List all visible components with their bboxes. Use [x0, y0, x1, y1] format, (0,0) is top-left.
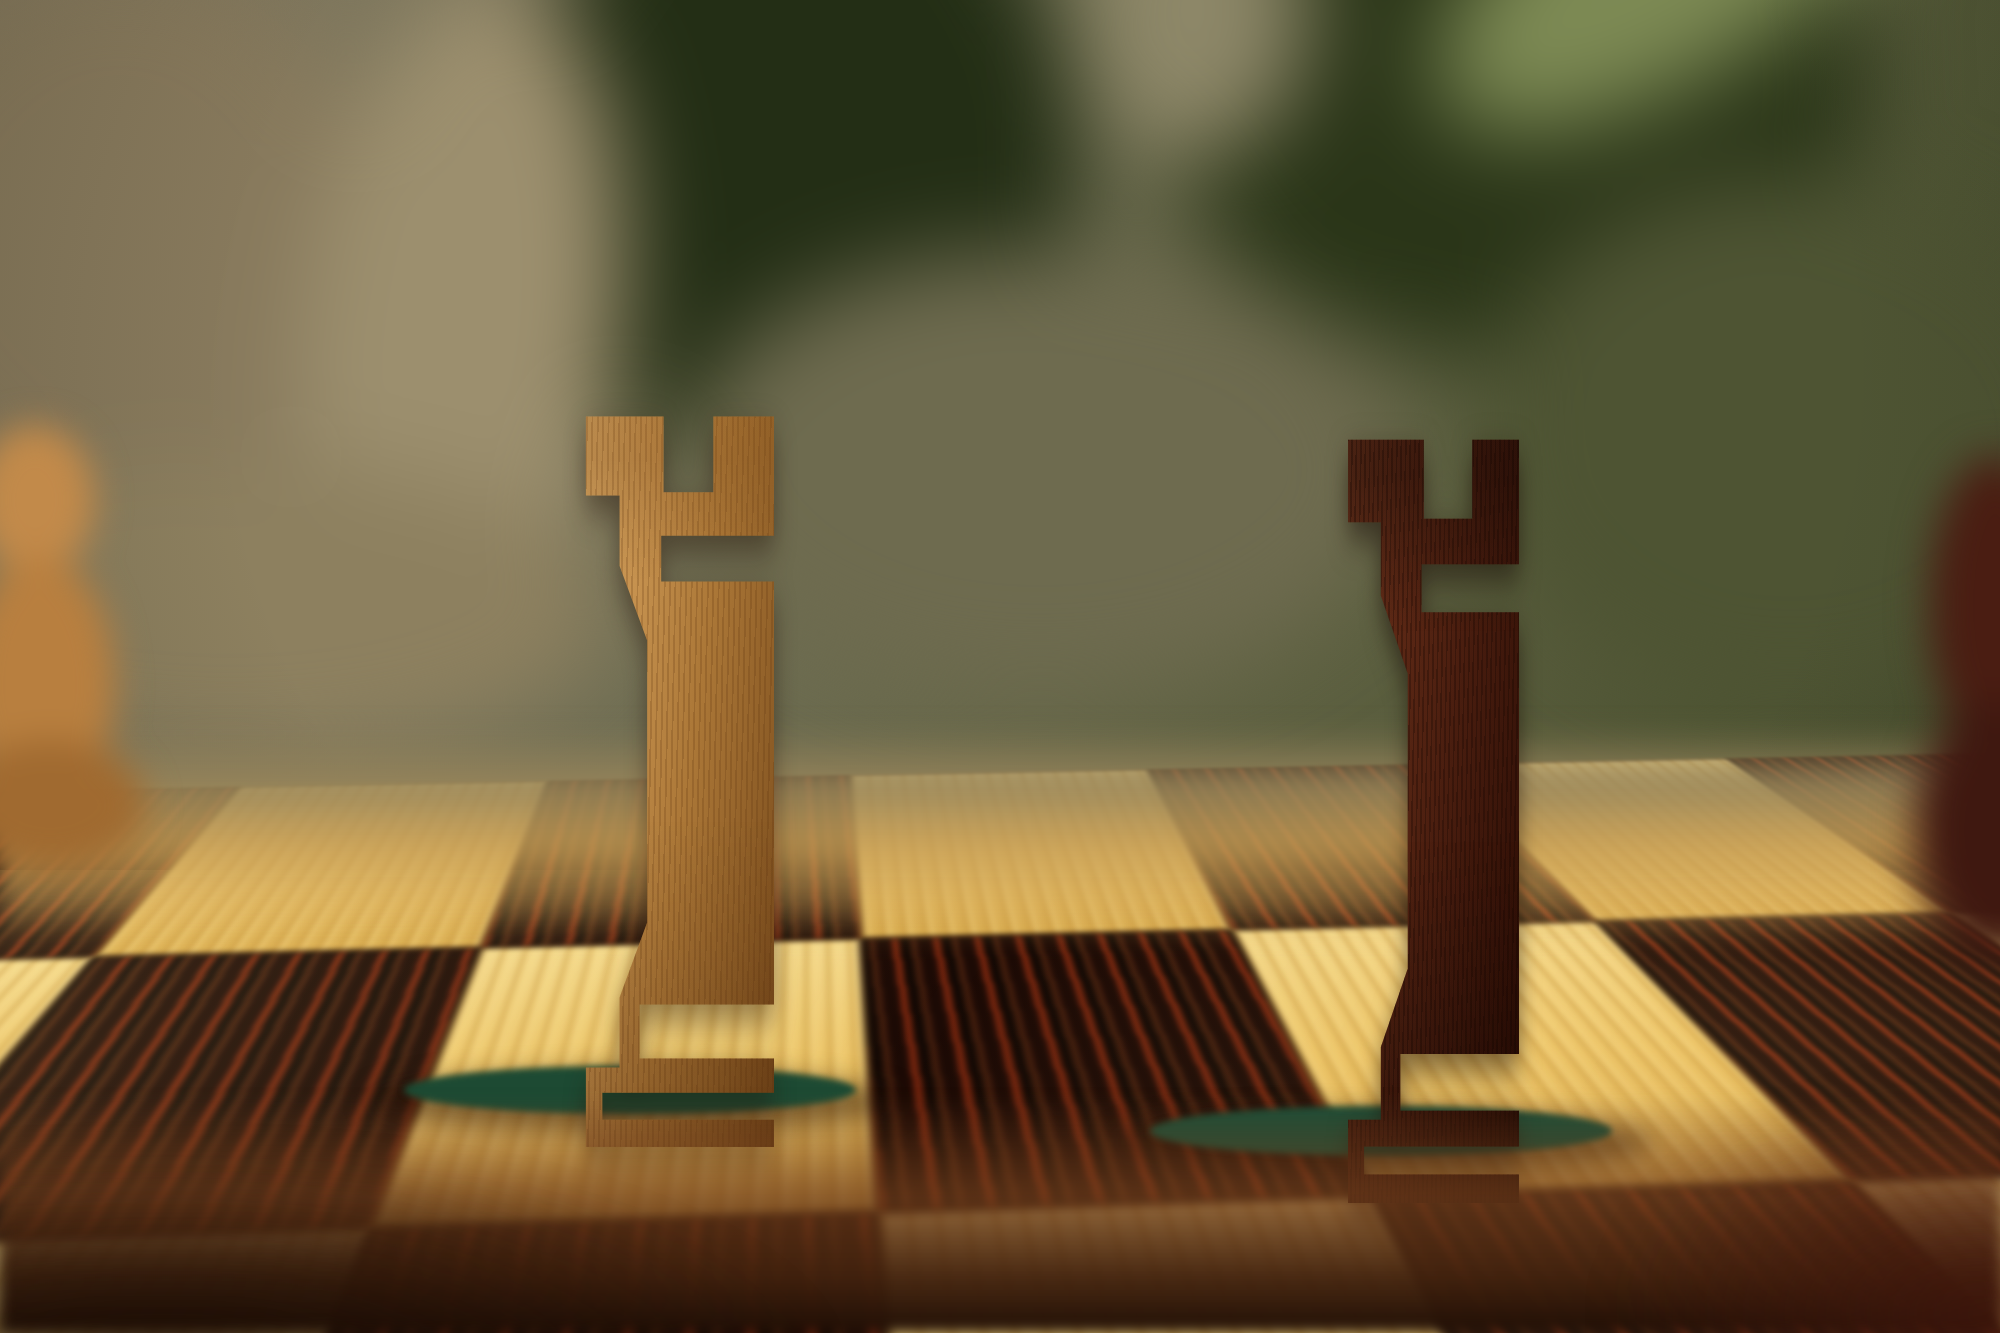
front-defocus-right — [1620, 1090, 2000, 1333]
photo-stage: ♜ ♜ — [0, 0, 2000, 1333]
board-back-defocus-band — [0, 726, 2000, 941]
front-defocus-left — [0, 1150, 840, 1333]
